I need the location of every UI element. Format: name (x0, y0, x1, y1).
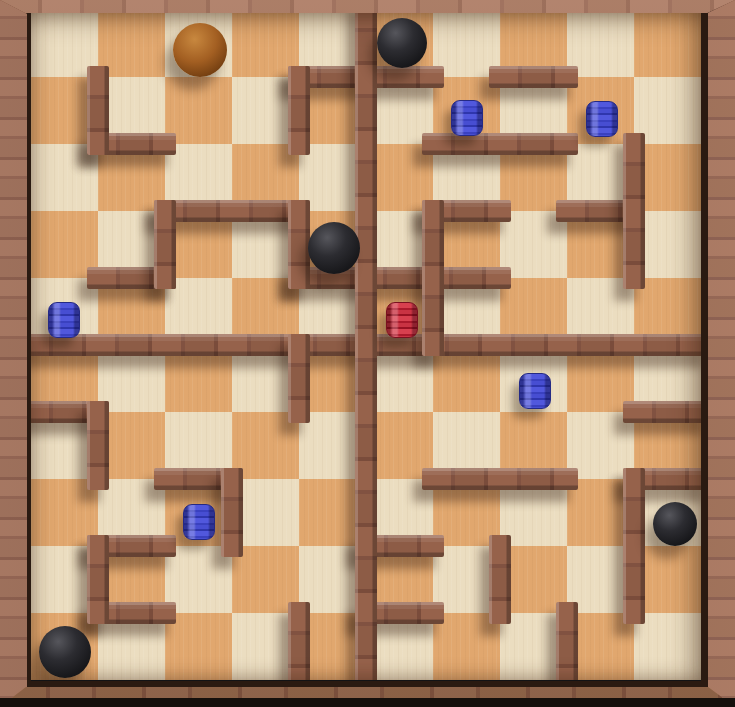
maze-wall-vertical (154, 200, 176, 289)
maze-wall-horizontal (623, 401, 701, 423)
maze-wall-vertical (87, 401, 109, 490)
maze-wall-vertical (288, 334, 310, 423)
maze-wall-horizontal (422, 133, 578, 155)
black-ball[interactable] (653, 502, 697, 546)
blue-barrel[interactable] (48, 302, 80, 338)
blue-barrel[interactable] (519, 373, 551, 409)
maze-wall-vertical (489, 535, 511, 624)
maze-wall-vertical (422, 200, 444, 356)
maze-wall-vertical (623, 133, 645, 289)
maze-wall-vertical (623, 468, 645, 624)
blue-barrel[interactable] (183, 504, 215, 540)
blue-barrel[interactable] (451, 100, 483, 136)
maze-wall-vertical (355, 10, 377, 680)
maze-board[interactable] (31, 10, 701, 680)
backdrop-strip (0, 698, 735, 707)
maze-wall-vertical (221, 468, 243, 557)
blue-barrel[interactable] (586, 101, 618, 137)
red-barrel[interactable] (386, 302, 418, 338)
board-cell (634, 10, 701, 77)
maze-wall-horizontal (422, 468, 578, 490)
maze-wall-vertical (288, 66, 310, 155)
black-ball[interactable] (39, 626, 91, 678)
maze-wall-horizontal (154, 200, 310, 222)
maze-wall-vertical (87, 66, 109, 155)
maze-wall-vertical (556, 602, 578, 680)
game-stage (0, 0, 735, 707)
black-ball[interactable] (377, 18, 427, 68)
maze-wall-horizontal (489, 66, 578, 88)
maze-wall-vertical (288, 200, 310, 289)
maze-wall-vertical (87, 535, 109, 624)
black-ball[interactable] (308, 222, 360, 274)
brown-ball[interactable] (173, 23, 227, 77)
maze-wall-vertical (288, 602, 310, 680)
